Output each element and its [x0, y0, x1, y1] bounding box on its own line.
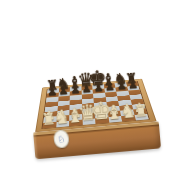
piece-black-pawn: ♟ — [128, 78, 139, 90]
piece-black-pawn: ♟ — [81, 82, 92, 94]
piece-black-pawn: ♟ — [70, 83, 81, 95]
chess-box: ♜♞♝♛♚♝♞♜♟♟♟♟♟♟♟♟♟♟♟♟♟♟♟♟♜♞♝♛♚♝♞♜ ♘ — [27, 49, 161, 162]
piece-black-pawn: ♟ — [46, 85, 57, 97]
piece-black-pawn: ♟ — [104, 80, 115, 92]
maker-badge: ♘ — [53, 129, 70, 149]
chess-board: ♜♞♝♛♚♝♞♜♟♟♟♟♟♟♟♟♟♟♟♟♟♟♟♟♜♞♝♛♚♝♞♜ — [43, 81, 149, 128]
piece-black-pawn: ♟ — [93, 81, 104, 93]
piece-black-pawn: ♟ — [116, 79, 127, 91]
piece-black-pawn: ♟ — [58, 84, 69, 96]
knight-emblem-icon: ♘ — [57, 134, 66, 144]
piece-white-rook: ♜ — [134, 103, 149, 120]
square-g1: ♞ — [121, 115, 135, 122]
product-photo: ♜♞♝♛♚♝♞♜♟♟♟♟♟♟♟♟♟♟♟♟♟♟♟♟♜♞♝♛♚♝♞♜ ♘ — [0, 0, 190, 190]
square-h1: ♜ — [134, 114, 149, 121]
